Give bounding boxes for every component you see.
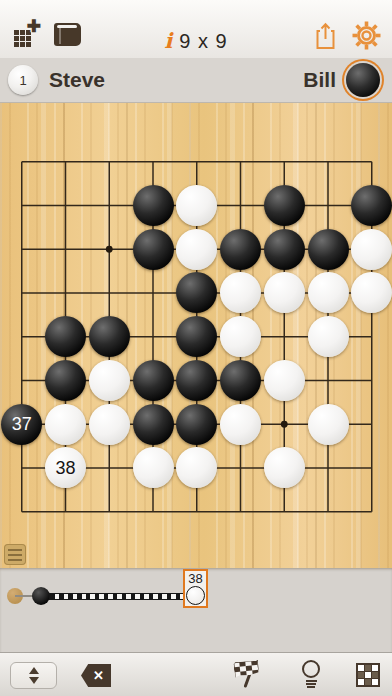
- board-point-i7[interactable]: [350, 227, 392, 271]
- board-point-c1[interactable]: [88, 490, 132, 534]
- board-point-e8[interactable]: [175, 184, 219, 228]
- timeline-black-node[interactable]: [32, 587, 50, 605]
- board-point-e6[interactable]: [175, 271, 219, 315]
- board-point-d4[interactable]: [131, 359, 175, 403]
- share-icon[interactable]: [313, 21, 338, 51]
- white-stone: [351, 229, 392, 270]
- board-point-a8[interactable]: [0, 184, 44, 228]
- board-point-d6[interactable]: [131, 271, 175, 315]
- board-point-c5[interactable]: [88, 315, 132, 359]
- board-point-c3[interactable]: [88, 402, 132, 446]
- board-point-b3[interactable]: [44, 402, 88, 446]
- board-point-d2[interactable]: [131, 446, 175, 490]
- white-stone: [45, 404, 86, 445]
- board-point-i9[interactable]: [350, 140, 392, 184]
- board-point-g7[interactable]: [263, 227, 307, 271]
- white-stone: [308, 272, 349, 313]
- board-point-h3[interactable]: [306, 402, 350, 446]
- board-point-i8[interactable]: [350, 184, 392, 228]
- bottom-toolbar: ✕: [0, 652, 392, 696]
- black-stone: [220, 229, 261, 270]
- black-player-stone-turn-ring[interactable]: [346, 63, 380, 97]
- board-point-b2[interactable]: 38: [44, 446, 88, 490]
- white-stone: [220, 404, 261, 445]
- player-bar: 1 Steve Bill: [0, 58, 392, 103]
- board-point-a2[interactable]: [0, 446, 44, 490]
- white-stone: [220, 316, 261, 357]
- board-point-g2[interactable]: [263, 446, 307, 490]
- board-point-b6[interactable]: [44, 271, 88, 315]
- white-stone: [89, 360, 130, 401]
- board-point-h9[interactable]: [306, 140, 350, 184]
- board-point-f6[interactable]: [219, 271, 263, 315]
- white-stone: [89, 404, 130, 445]
- delete-button[interactable]: ✕: [81, 664, 111, 687]
- board-point-g3[interactable]: [263, 402, 307, 446]
- board-point-e7[interactable]: [175, 227, 219, 271]
- white-stone: [264, 272, 305, 313]
- board-point-b7[interactable]: [44, 227, 88, 271]
- black-stone: 37: [1, 404, 42, 445]
- board-point-c4[interactable]: [88, 359, 132, 403]
- black-stone: [176, 272, 217, 313]
- board-point-b1[interactable]: [44, 490, 88, 534]
- board-point-c7[interactable]: [88, 227, 132, 271]
- board-point-i2[interactable]: [350, 446, 392, 490]
- bulb-icon: [302, 660, 320, 678]
- board-point-a3[interactable]: 37: [0, 402, 44, 446]
- board-point-h1[interactable]: [306, 490, 350, 534]
- board-point-g8[interactable]: [263, 184, 307, 228]
- books-icon[interactable]: [54, 23, 81, 46]
- board-point-f1[interactable]: [219, 490, 263, 534]
- settings-gear-icon[interactable]: [351, 20, 382, 51]
- board-point-e4[interactable]: [175, 359, 219, 403]
- board-point-d8[interactable]: [131, 184, 175, 228]
- timeline-white-current-node: [186, 586, 205, 605]
- board-point-c9[interactable]: [88, 140, 132, 184]
- white-stone: [176, 185, 217, 226]
- move-timeline: 38: [0, 568, 392, 652]
- board-point-f5[interactable]: [219, 315, 263, 359]
- board-point-f7[interactable]: [219, 227, 263, 271]
- board-point-a7[interactable]: [0, 227, 44, 271]
- white-stone: [264, 360, 305, 401]
- black-stone: [176, 360, 217, 401]
- new-game-grid-glyph: [14, 30, 19, 35]
- black-player-name[interactable]: Bill: [303, 68, 336, 92]
- move-number-label: 37: [12, 415, 32, 433]
- board-point-g5[interactable]: [263, 315, 307, 359]
- board-point-i3[interactable]: [350, 402, 392, 446]
- black-stone: [351, 185, 392, 226]
- board-point-h8[interactable]: [306, 184, 350, 228]
- selected-move-number: 38: [185, 571, 206, 586]
- info-icon[interactable]: i: [164, 28, 173, 53]
- board-point-d7[interactable]: [131, 227, 175, 271]
- board-point-e2[interactable]: [175, 446, 219, 490]
- board-point-a5[interactable]: [0, 315, 44, 359]
- black-stone: [176, 404, 217, 445]
- move-number-label: 38: [56, 459, 76, 477]
- board-point-g4[interactable]: [263, 359, 307, 403]
- black-stone: [133, 229, 174, 270]
- board-point-a6[interactable]: [0, 271, 44, 315]
- bulb-base-line: [307, 686, 315, 688]
- board-point-h7[interactable]: [306, 227, 350, 271]
- app-window: ✚ i9 x 9: [0, 0, 392, 696]
- board-point-g9[interactable]: [263, 140, 307, 184]
- black-stone: [264, 229, 305, 270]
- board-point-h2[interactable]: [306, 446, 350, 490]
- board-point-f9[interactable]: [219, 140, 263, 184]
- step-down-icon: [29, 677, 39, 684]
- white-stone: [308, 316, 349, 357]
- black-stone: [45, 316, 86, 357]
- board-point-e5[interactable]: [175, 315, 219, 359]
- black-stone: [89, 316, 130, 357]
- white-captures-count: 1: [19, 73, 26, 88]
- board-point-i1[interactable]: [350, 490, 392, 534]
- page-title[interactable]: i9 x 9: [164, 28, 227, 53]
- board-point-f8[interactable]: [219, 184, 263, 228]
- boards-grid-button[interactable]: [356, 663, 380, 687]
- white-stone: [176, 229, 217, 270]
- board-point-a1[interactable]: [0, 490, 44, 534]
- board-point-i4[interactable]: [350, 359, 392, 403]
- board-point-b8[interactable]: [44, 184, 88, 228]
- move-stepper-button[interactable]: [10, 662, 57, 689]
- white-stone: [133, 447, 174, 488]
- timeline-move-run[interactable]: [49, 593, 188, 600]
- black-stone: [176, 316, 217, 357]
- board-point-d5[interactable]: [131, 315, 175, 359]
- board-point-i6[interactable]: [350, 271, 392, 315]
- board-point-d9[interactable]: [131, 140, 175, 184]
- board-point-c2[interactable]: [88, 446, 132, 490]
- board-size-title: 9 x 9: [179, 30, 227, 52]
- board-point-c8[interactable]: [88, 184, 132, 228]
- go-board: 3738: [0, 103, 392, 568]
- board-point-b4[interactable]: [44, 359, 88, 403]
- board-point-d3[interactable]: [131, 402, 175, 446]
- board-point-h6[interactable]: [306, 271, 350, 315]
- plus-glyph: ✚: [27, 16, 41, 37]
- black-stone: [264, 185, 305, 226]
- board-point-g6[interactable]: [263, 271, 307, 315]
- board-point-c6[interactable]: [88, 271, 132, 315]
- white-stone: [351, 272, 392, 313]
- board-point-g1[interactable]: [263, 490, 307, 534]
- white-stone: [176, 447, 217, 488]
- board-point-b5[interactable]: [44, 315, 88, 359]
- board-point-d1[interactable]: [131, 490, 175, 534]
- board-point-e1[interactable]: [175, 490, 219, 534]
- timeline-selected-move[interactable]: 38: [183, 569, 208, 608]
- bulb-base-line: [306, 680, 317, 682]
- white-stone: 38: [45, 447, 86, 488]
- panel-drag-handle[interactable]: [4, 544, 26, 565]
- hint-bulb-button[interactable]: [301, 660, 321, 689]
- black-stone: [220, 360, 261, 401]
- board-point-h4[interactable]: [306, 359, 350, 403]
- board-point-h5[interactable]: [306, 315, 350, 359]
- white-stone: [264, 447, 305, 488]
- white-player-stone[interactable]: 1: [8, 65, 38, 95]
- bulb-base-line: [306, 683, 316, 685]
- new-game-icon[interactable]: ✚: [13, 22, 41, 47]
- top-toolbar: ✚ i9 x 9: [0, 0, 392, 58]
- end-game-flag-button[interactable]: [234, 659, 270, 691]
- white-stone: [220, 272, 261, 313]
- goban-grid: 3738: [0, 140, 392, 534]
- black-stone: [308, 229, 349, 270]
- black-stone: [45, 360, 86, 401]
- board-point-i5[interactable]: [350, 315, 392, 359]
- black-stone: [133, 404, 174, 445]
- board-point-e9[interactable]: [175, 140, 219, 184]
- board-point-e3[interactable]: [175, 402, 219, 446]
- black-stone: [133, 360, 174, 401]
- board-point-f2[interactable]: [219, 446, 263, 490]
- step-up-icon: [29, 667, 39, 674]
- top-right-buttons: [313, 20, 382, 51]
- board-point-a4[interactable]: [0, 359, 44, 403]
- black-stone: [133, 185, 174, 226]
- white-player-name[interactable]: Steve: [49, 68, 105, 92]
- white-stone: [308, 404, 349, 445]
- board-point-a9[interactable]: [0, 140, 44, 184]
- top-left-buttons: ✚: [13, 22, 81, 47]
- board-point-b9[interactable]: [44, 140, 88, 184]
- handle-bars-icon: [8, 549, 22, 561]
- board-point-f4[interactable]: [219, 359, 263, 403]
- board-point-f3[interactable]: [219, 402, 263, 446]
